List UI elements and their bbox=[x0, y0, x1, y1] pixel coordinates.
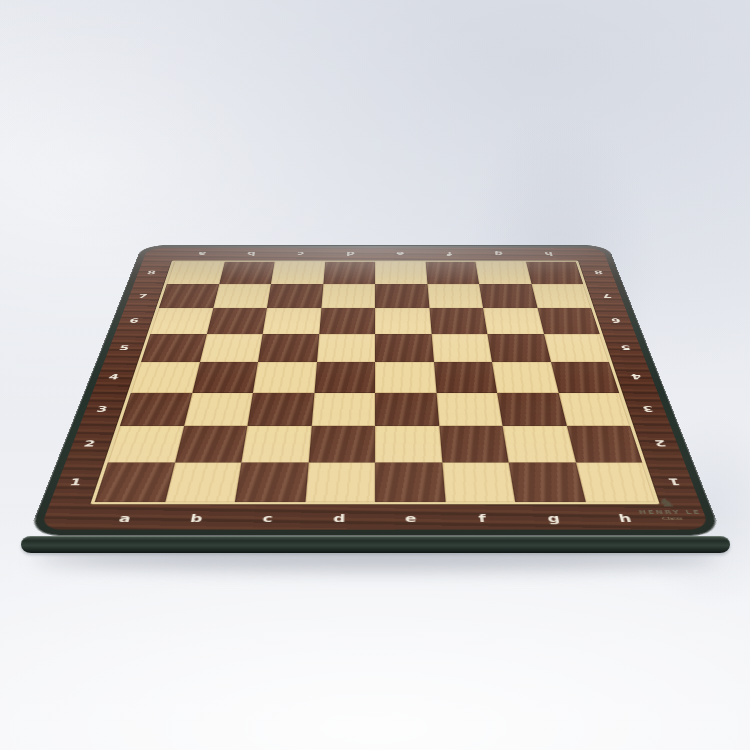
square-b2 bbox=[175, 426, 248, 462]
square-f4 bbox=[434, 362, 498, 393]
square-d1 bbox=[305, 462, 375, 502]
square-g6 bbox=[483, 308, 543, 334]
coordinate-label-2: 2 bbox=[654, 439, 668, 448]
square-e5 bbox=[375, 334, 434, 362]
coordinate-label-4: 4 bbox=[630, 373, 643, 380]
square-f1 bbox=[442, 462, 515, 502]
coordinate-label-d: d bbox=[346, 251, 355, 256]
square-b7 bbox=[213, 284, 271, 308]
square-g3 bbox=[497, 393, 566, 426]
coordinate-label-3: 3 bbox=[95, 405, 108, 413]
square-f3 bbox=[436, 393, 503, 426]
coordinate-label-c: c bbox=[297, 251, 305, 256]
square-h7 bbox=[531, 284, 591, 308]
square-c4 bbox=[253, 362, 317, 393]
square-a1 bbox=[95, 462, 175, 502]
coordinate-label-7: 7 bbox=[602, 293, 613, 299]
coordinate-label-h: h bbox=[617, 513, 632, 523]
square-g2 bbox=[503, 426, 576, 462]
square-f6 bbox=[429, 308, 487, 334]
square-e4 bbox=[375, 362, 436, 393]
square-c3 bbox=[247, 393, 314, 426]
square-b8 bbox=[219, 262, 275, 284]
square-h5 bbox=[544, 334, 609, 362]
square-h6 bbox=[537, 308, 600, 334]
square-d6 bbox=[319, 308, 375, 334]
coordinate-label-a: a bbox=[118, 513, 133, 523]
square-d4 bbox=[314, 362, 375, 393]
square-g4 bbox=[492, 362, 558, 393]
file-labels-far: abcdefgh bbox=[175, 249, 574, 258]
square-g1 bbox=[509, 462, 586, 502]
square-a4 bbox=[131, 362, 200, 393]
coordinate-label-b: b bbox=[246, 251, 256, 256]
board-side-edge bbox=[21, 536, 730, 553]
square-d5 bbox=[317, 334, 376, 362]
coordinate-label-5: 5 bbox=[620, 344, 632, 351]
coordinate-label-b: b bbox=[189, 513, 203, 523]
square-g7 bbox=[479, 284, 537, 308]
square-d8 bbox=[323, 262, 375, 284]
square-c7 bbox=[267, 284, 323, 308]
coordinate-label-g: g bbox=[546, 513, 560, 523]
chess-board: ♞ HENRY LE Chess abcdefgh abcdefgh 87654… bbox=[29, 246, 721, 535]
square-c1 bbox=[235, 462, 308, 502]
square-f5 bbox=[431, 334, 492, 362]
coordinate-label-2: 2 bbox=[82, 439, 96, 448]
square-e8 bbox=[375, 262, 427, 284]
coordinate-label-1: 1 bbox=[667, 477, 682, 487]
square-g5 bbox=[487, 334, 550, 362]
square-e2 bbox=[375, 426, 442, 462]
coordinate-label-1: 1 bbox=[68, 477, 83, 487]
coordinate-label-e: e bbox=[405, 513, 417, 523]
square-h8 bbox=[526, 262, 584, 284]
square-a5 bbox=[141, 334, 206, 362]
square-a6 bbox=[150, 308, 213, 334]
coordinate-label-5: 5 bbox=[118, 344, 130, 351]
photo-backdrop: ♞ HENRY LE Chess abcdefgh abcdefgh 87654… bbox=[0, 0, 750, 750]
square-b1 bbox=[165, 462, 242, 502]
coordinate-label-6: 6 bbox=[128, 318, 139, 324]
square-e6 bbox=[375, 308, 431, 334]
square-h2 bbox=[566, 426, 642, 462]
file-labels-near: abcdefgh bbox=[86, 509, 664, 528]
square-d7 bbox=[321, 284, 375, 308]
square-b6 bbox=[206, 308, 266, 334]
square-e7 bbox=[375, 284, 429, 308]
coordinate-label-a: a bbox=[197, 251, 206, 256]
coordinate-label-f: f bbox=[446, 251, 452, 256]
board-grid bbox=[95, 262, 656, 503]
coordinate-label-8: 8 bbox=[146, 270, 156, 275]
square-c6 bbox=[263, 308, 321, 334]
coordinate-label-4: 4 bbox=[107, 373, 120, 380]
coordinate-label-h: h bbox=[543, 251, 553, 256]
square-f2 bbox=[439, 426, 509, 462]
coordinate-label-f: f bbox=[478, 513, 487, 523]
square-a7 bbox=[159, 284, 219, 308]
coordinate-label-g: g bbox=[494, 251, 504, 256]
square-g8 bbox=[475, 262, 531, 284]
coordinate-label-7: 7 bbox=[138, 293, 149, 299]
square-f8 bbox=[425, 262, 479, 284]
square-h4 bbox=[551, 362, 620, 393]
coordinate-label-6: 6 bbox=[610, 318, 621, 324]
coordinate-label-3: 3 bbox=[641, 405, 654, 413]
square-b4 bbox=[192, 362, 258, 393]
coordinate-label-c: c bbox=[262, 513, 273, 523]
square-h3 bbox=[558, 393, 630, 426]
square-c8 bbox=[271, 262, 325, 284]
square-c2 bbox=[241, 426, 311, 462]
square-b5 bbox=[200, 334, 263, 362]
square-f7 bbox=[427, 284, 483, 308]
square-a2 bbox=[108, 426, 184, 462]
square-a3 bbox=[120, 393, 192, 426]
square-a8 bbox=[167, 262, 225, 284]
square-e1 bbox=[375, 462, 445, 502]
coordinate-label-8: 8 bbox=[593, 270, 603, 275]
square-c5 bbox=[258, 334, 319, 362]
square-e3 bbox=[375, 393, 439, 426]
brand-subtitle: Chess bbox=[661, 515, 683, 521]
square-d2 bbox=[308, 426, 375, 462]
coordinate-label-e: e bbox=[396, 251, 404, 256]
coordinate-label-d: d bbox=[333, 513, 346, 523]
square-b3 bbox=[184, 393, 253, 426]
square-d3 bbox=[311, 393, 375, 426]
